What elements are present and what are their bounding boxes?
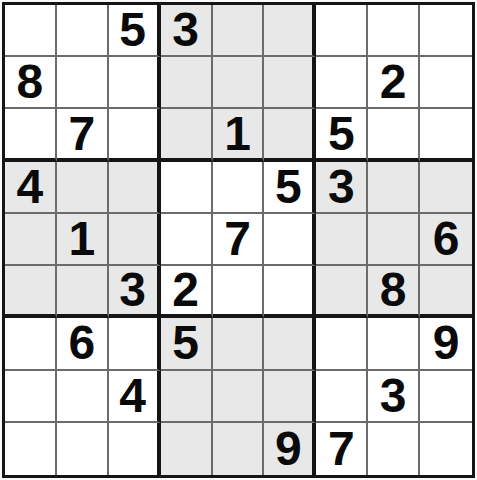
cell-r3c6[interactable] [264, 109, 316, 161]
cell-r8c6[interactable] [264, 371, 316, 423]
cell-r2c9[interactable] [420, 57, 472, 109]
cell-r7c2[interactable]: 6 [57, 318, 109, 370]
cell-r5c4[interactable] [161, 214, 213, 266]
cell-r6c7[interactable] [316, 266, 368, 318]
cell-r5c8[interactable] [368, 214, 420, 266]
cell-r5c2[interactable]: 1 [57, 214, 109, 266]
cell-r3c8[interactable] [368, 109, 420, 161]
cell-r4c5[interactable] [213, 162, 265, 214]
cell-r3c9[interactable] [420, 109, 472, 161]
cell-r8c5[interactable] [213, 371, 265, 423]
cell-r5c1[interactable] [5, 214, 57, 266]
cell-r1c5[interactable] [213, 5, 265, 57]
cell-r5c7[interactable] [316, 214, 368, 266]
cell-r2c1[interactable]: 8 [5, 57, 57, 109]
cell-r1c1[interactable] [5, 5, 57, 57]
cell-r7c1[interactable] [5, 318, 57, 370]
cell-r5c5[interactable]: 7 [213, 214, 265, 266]
cell-r2c3[interactable] [109, 57, 161, 109]
cell-r9c2[interactable] [57, 423, 109, 475]
cell-r9c6[interactable]: 9 [264, 423, 316, 475]
cell-r4c6[interactable]: 5 [264, 162, 316, 214]
cell-r3c2[interactable]: 7 [57, 109, 109, 161]
cell-r4c4[interactable] [161, 162, 213, 214]
cell-r8c8[interactable]: 3 [368, 371, 420, 423]
cell-r6c2[interactable] [57, 266, 109, 318]
cell-r4c8[interactable] [368, 162, 420, 214]
cell-r1c8[interactable] [368, 5, 420, 57]
cell-r7c3[interactable] [109, 318, 161, 370]
cell-r4c1[interactable]: 4 [5, 162, 57, 214]
cell-r4c2[interactable] [57, 162, 109, 214]
cell-r4c7[interactable]: 3 [316, 162, 368, 214]
cell-r1c4[interactable]: 3 [161, 5, 213, 57]
cell-r6c1[interactable] [5, 266, 57, 318]
cell-r3c5[interactable]: 1 [213, 109, 265, 161]
cell-r8c2[interactable] [57, 371, 109, 423]
cell-r5c6[interactable] [264, 214, 316, 266]
cell-r9c8[interactable] [368, 423, 420, 475]
cell-r2c8[interactable]: 2 [368, 57, 420, 109]
cell-r2c2[interactable] [57, 57, 109, 109]
cell-r2c6[interactable] [264, 57, 316, 109]
cell-r9c7[interactable]: 7 [316, 423, 368, 475]
cell-r6c9[interactable] [420, 266, 472, 318]
cell-r4c3[interactable] [109, 162, 161, 214]
cell-r6c6[interactable] [264, 266, 316, 318]
cell-r7c8[interactable] [368, 318, 420, 370]
cell-r8c3[interactable]: 4 [109, 371, 161, 423]
cell-r1c2[interactable] [57, 5, 109, 57]
cell-r5c9[interactable]: 6 [420, 214, 472, 266]
cell-r2c4[interactable] [161, 57, 213, 109]
cell-r1c3[interactable]: 5 [109, 5, 161, 57]
cell-r6c5[interactable] [213, 266, 265, 318]
cell-r9c5[interactable] [213, 423, 265, 475]
cell-r3c1[interactable] [5, 109, 57, 161]
cell-r9c9[interactable] [420, 423, 472, 475]
cell-r8c4[interactable] [161, 371, 213, 423]
cell-r7c6[interactable] [264, 318, 316, 370]
cell-r3c4[interactable] [161, 109, 213, 161]
cell-r1c7[interactable] [316, 5, 368, 57]
cell-r1c6[interactable] [264, 5, 316, 57]
sudoku-board: 53827154531763286594397 [2, 2, 475, 478]
cell-r5c3[interactable] [109, 214, 161, 266]
cell-r8c9[interactable] [420, 371, 472, 423]
cell-r9c4[interactable] [161, 423, 213, 475]
cell-r3c3[interactable] [109, 109, 161, 161]
cell-r9c3[interactable] [109, 423, 161, 475]
cell-r4c9[interactable] [420, 162, 472, 214]
cell-r6c8[interactable]: 8 [368, 266, 420, 318]
cell-r3c7[interactable]: 5 [316, 109, 368, 161]
cell-r7c5[interactable] [213, 318, 265, 370]
cell-r9c1[interactable] [5, 423, 57, 475]
cell-r8c1[interactable] [5, 371, 57, 423]
cell-r6c4[interactable]: 2 [161, 266, 213, 318]
cell-r8c7[interactable] [316, 371, 368, 423]
cell-r2c5[interactable] [213, 57, 265, 109]
cell-r6c3[interactable]: 3 [109, 266, 161, 318]
cell-r7c9[interactable]: 9 [420, 318, 472, 370]
cell-r2c7[interactable] [316, 57, 368, 109]
cell-r1c9[interactable] [420, 5, 472, 57]
cell-r7c4[interactable]: 5 [161, 318, 213, 370]
cell-r7c7[interactable] [316, 318, 368, 370]
